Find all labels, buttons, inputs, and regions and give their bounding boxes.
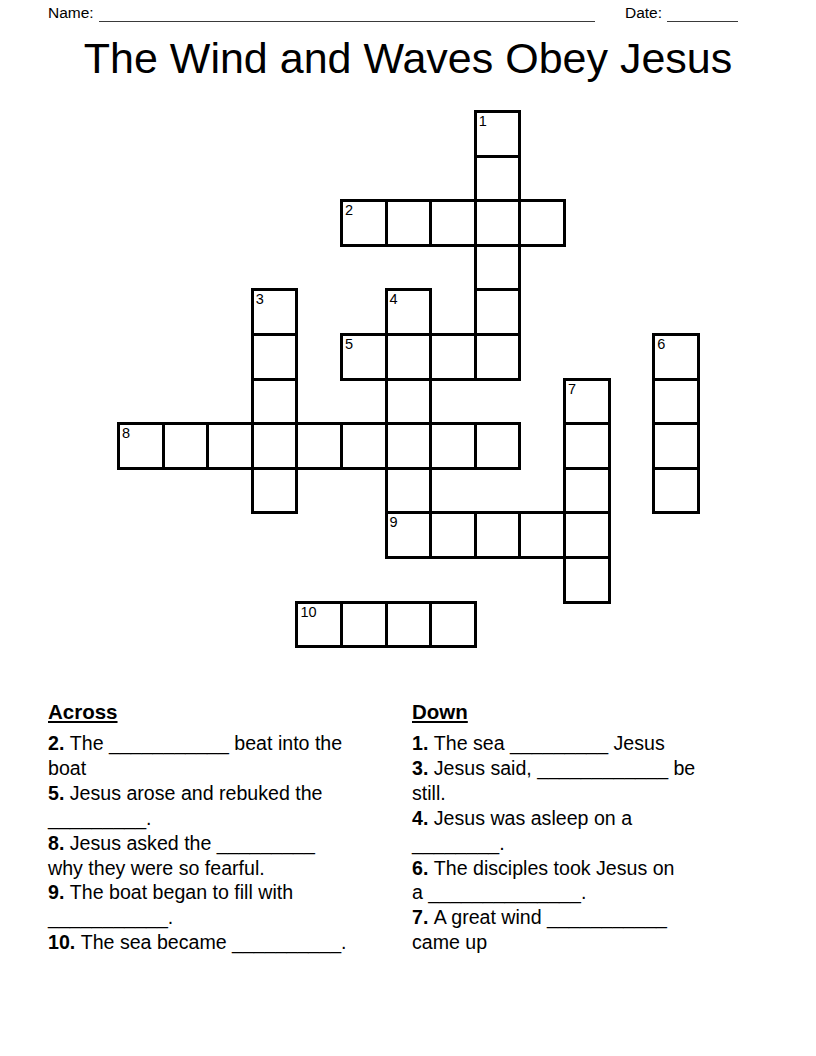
grid-cell: 2	[340, 199, 388, 247]
grid-cell	[474, 244, 522, 292]
clue-list-number: 10.	[48, 931, 81, 953]
clue-list-number: 1.	[412, 732, 434, 754]
grid-cell	[251, 422, 299, 470]
grid-cell	[652, 422, 700, 470]
across-clues-list: 2. The ___________ beat into theboat5. J…	[48, 731, 412, 955]
clue-line: 6. The disciples took Jesus on	[412, 856, 776, 881]
grid-cell	[206, 422, 254, 470]
clue-number: 7	[568, 381, 576, 397]
clue-number: 3	[256, 291, 264, 307]
clue-line: a ______________.	[412, 880, 776, 905]
grid-cell: 1	[474, 110, 522, 158]
clue-number: 9	[390, 514, 398, 530]
down-clues-column: Down 1. The sea _________ Jesus3. Jesus …	[412, 699, 776, 955]
clue-list-number: 2.	[48, 732, 70, 754]
clue-item: 1. The sea _________ Jesus	[412, 731, 776, 756]
clue-item: 8. Jesus asked the _________why they wer…	[48, 831, 412, 881]
clue-list-number: 5.	[48, 782, 70, 804]
grid-cell	[652, 467, 700, 515]
grid-cell	[563, 556, 611, 604]
grid-cell	[429, 511, 477, 559]
clue-line: 2. The ___________ beat into the	[48, 731, 412, 756]
clue-item: 6. The disciples took Jesus ona ________…	[412, 856, 776, 906]
grid-cell	[474, 333, 522, 381]
grid-cell	[295, 422, 343, 470]
grid-cell	[474, 155, 522, 203]
name-label: Name:	[48, 4, 94, 22]
clue-line: 9. The boat began to fill with	[48, 880, 412, 905]
page-title: The Wind and Waves Obey Jesus	[0, 34, 816, 83]
clue-item: 7. A great wind ___________came up	[412, 905, 776, 955]
grid-cell: 5	[340, 333, 388, 381]
clue-line: boat	[48, 756, 412, 781]
grid-cell	[474, 199, 522, 247]
grid-cell: 7	[563, 378, 611, 426]
grid-cell	[162, 422, 210, 470]
clue-number: 5	[345, 336, 353, 352]
clue-list-number: 8.	[48, 832, 70, 854]
clue-item: 2. The ___________ beat into theboat	[48, 731, 412, 781]
clue-line: 3. Jesus said, ____________ be	[412, 756, 776, 781]
clue-line: came up	[412, 930, 776, 955]
grid-cell	[385, 601, 433, 649]
clue-item: 9. The boat began to fill with__________…	[48, 880, 412, 930]
clue-number: 2	[345, 202, 353, 218]
clue-item: 10. The sea became __________.	[48, 930, 412, 955]
grid-cell	[652, 378, 700, 426]
grid-cell	[474, 511, 522, 559]
grid-cell	[385, 378, 433, 426]
clue-number: 1	[479, 113, 487, 129]
clue-number: 10	[300, 604, 316, 620]
grid-cell: 4	[385, 288, 433, 336]
grid-cell	[385, 199, 433, 247]
down-header: Down	[412, 699, 776, 724]
worksheet-header: Name: Date:	[48, 4, 738, 22]
grid-cell: 6	[652, 333, 700, 381]
clue-list-number: 7.	[412, 906, 434, 928]
grid-cell	[340, 422, 388, 470]
grid-cell	[251, 333, 299, 381]
clue-line: why they were so fearful.	[48, 856, 412, 881]
grid-cell	[563, 467, 611, 515]
grid-cell	[563, 422, 611, 470]
clue-line: _________.	[48, 806, 412, 831]
grid-cell	[518, 199, 566, 247]
clue-list-number: 6.	[412, 857, 434, 879]
grid-cell: 8	[117, 422, 165, 470]
grid-cell	[474, 422, 522, 470]
clue-number: 6	[657, 336, 665, 352]
grid-cell	[340, 601, 388, 649]
grid-cell	[429, 333, 477, 381]
grid-cell: 9	[385, 511, 433, 559]
down-clues-list: 1. The sea _________ Jesus3. Jesus said,…	[412, 731, 776, 955]
clue-list-number: 9.	[48, 881, 70, 903]
grid-cell: 3	[251, 288, 299, 336]
grid-cell	[251, 378, 299, 426]
grid-cell	[429, 199, 477, 247]
clue-line: 4. Jesus was asleep on a	[412, 806, 776, 831]
clue-number: 4	[390, 291, 398, 307]
clue-line: 8. Jesus asked the _________	[48, 831, 412, 856]
grid-cell	[385, 467, 433, 515]
clues-section: Across 2. The ___________ beat into theb…	[48, 699, 776, 955]
grid-cell	[251, 467, 299, 515]
across-clues-column: Across 2. The ___________ beat into theb…	[48, 699, 412, 955]
grid-cell	[429, 601, 477, 649]
grid-cell	[429, 422, 477, 470]
grid-cell	[385, 422, 433, 470]
grid-cell	[474, 288, 522, 336]
clue-list-number: 4.	[412, 807, 434, 829]
clue-line: 1. The sea _________ Jesus	[412, 731, 776, 756]
clue-list-number: 3.	[412, 757, 434, 779]
clue-line: 5. Jesus arose and rebuked the	[48, 781, 412, 806]
grid-cell	[385, 333, 433, 381]
across-header: Across	[48, 699, 412, 724]
clue-item: 5. Jesus arose and rebuked the_________.	[48, 781, 412, 831]
date-label: Date:	[625, 4, 662, 22]
grid-cell	[563, 511, 611, 559]
clue-line: 10. The sea became __________.	[48, 930, 412, 955]
clue-line: ___________.	[48, 905, 412, 930]
name-blank-line	[99, 4, 595, 22]
clue-line: still.	[412, 781, 776, 806]
clue-item: 4. Jesus was asleep on a________.	[412, 806, 776, 856]
grid-cell	[518, 511, 566, 559]
grid-cell: 10	[295, 601, 343, 649]
clue-item: 3. Jesus said, ____________ bestill.	[412, 756, 776, 806]
clue-number: 8	[122, 425, 130, 441]
clue-line: 7. A great wind ___________	[412, 905, 776, 930]
crossword-grid: 12345678910	[117, 110, 700, 649]
date-blank-line	[667, 4, 738, 22]
clue-line: ________.	[412, 831, 776, 856]
